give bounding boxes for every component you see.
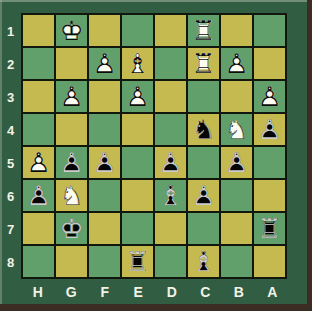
rank-label-3: 3 (0, 81, 21, 114)
file-label-e: E (122, 281, 156, 302)
square-b2[interactable]: ♟♙ (221, 48, 252, 79)
square-a5[interactable] (254, 147, 285, 178)
square-d6[interactable]: ♝♗ (155, 180, 186, 211)
file-label-f: F (88, 281, 122, 302)
square-e5[interactable] (122, 147, 153, 178)
file-label-d: D (155, 281, 189, 302)
black-pawn-g5[interactable]: ♟♙ (56, 147, 87, 178)
window-edge-bottom (0, 304, 312, 311)
chess-app-window: 12345678 ♚♔♜♖♟♙♝♗♜♖♟♙♟♙♟♙♟♙♞♘♞♘♟♙♟♙♟♙♟♙♟… (0, 0, 312, 311)
square-a8[interactable] (254, 246, 285, 277)
black-bishop-c8[interactable]: ♝♗ (188, 246, 219, 277)
window-edge-left (0, 0, 2, 311)
black-pawn-f5[interactable]: ♟♙ (89, 147, 120, 178)
square-b6[interactable] (221, 180, 252, 211)
square-g8[interactable] (56, 246, 87, 277)
square-f6[interactable] (89, 180, 120, 211)
square-g7[interactable]: ♚♔ (56, 213, 87, 244)
square-a3[interactable]: ♟♙ (254, 81, 285, 112)
square-b1[interactable] (221, 15, 252, 46)
square-h8[interactable] (23, 246, 54, 277)
black-pawn-c6[interactable]: ♟♙ (188, 180, 219, 211)
white-pawn-h5[interactable]: ♟♙ (23, 147, 54, 178)
file-label-g: G (55, 281, 89, 302)
square-d5[interactable]: ♟♙ (155, 147, 186, 178)
square-f2[interactable]: ♟♙ (89, 48, 120, 79)
black-bishop-d6[interactable]: ♝♗ (155, 180, 186, 211)
black-king-g7[interactable]: ♚♔ (56, 213, 87, 244)
square-c4[interactable]: ♞♘ (188, 114, 219, 145)
square-g2[interactable] (56, 48, 87, 79)
rank-labels: 12345678 (0, 15, 21, 279)
square-d2[interactable] (155, 48, 186, 79)
square-a1[interactable] (254, 15, 285, 46)
black-rook-e8[interactable]: ♜♖ (122, 246, 153, 277)
square-h5[interactable]: ♟♙ (23, 147, 54, 178)
white-rook-c1[interactable]: ♜♖ (188, 15, 219, 46)
rank-label-8: 8 (0, 246, 21, 279)
square-b5[interactable]: ♟♙ (221, 147, 252, 178)
square-g4[interactable] (56, 114, 87, 145)
file-label-h: H (21, 281, 55, 302)
square-c5[interactable] (188, 147, 219, 178)
file-label-b: B (222, 281, 256, 302)
black-pawn-h6[interactable]: ♟♙ (23, 180, 54, 211)
black-pawn-d5[interactable]: ♟♙ (155, 147, 186, 178)
square-d1[interactable] (155, 15, 186, 46)
square-b8[interactable] (221, 246, 252, 277)
square-a2[interactable] (254, 48, 285, 79)
square-f4[interactable] (89, 114, 120, 145)
square-e3[interactable]: ♟♙ (122, 81, 153, 112)
square-a7[interactable]: ♜♖ (254, 213, 285, 244)
white-knight-b4[interactable]: ♞♘ (221, 114, 252, 145)
chess-board: ♚♔♜♖♟♙♝♗♜♖♟♙♟♙♟♙♟♙♞♘♞♘♟♙♟♙♟♙♟♙♟♙♟♙♟♙♞♘♝♗… (23, 15, 285, 277)
white-pawn-b2[interactable]: ♟♙ (221, 48, 252, 79)
square-e4[interactable] (122, 114, 153, 145)
white-pawn-f2[interactable]: ♟♙ (89, 48, 120, 79)
square-c2[interactable]: ♜♖ (188, 48, 219, 79)
rank-label-5: 5 (0, 147, 21, 180)
white-pawn-g3[interactable]: ♟♙ (56, 81, 87, 112)
square-f3[interactable] (89, 81, 120, 112)
square-c8[interactable]: ♝♗ (188, 246, 219, 277)
square-g1[interactable]: ♚♔ (56, 15, 87, 46)
rank-label-2: 2 (0, 48, 21, 81)
square-c6[interactable]: ♟♙ (188, 180, 219, 211)
black-pawn-b5[interactable]: ♟♙ (221, 147, 252, 178)
square-f8[interactable] (89, 246, 120, 277)
file-label-c: C (189, 281, 223, 302)
square-c7[interactable] (188, 213, 219, 244)
white-knight-g6[interactable]: ♞♘ (56, 180, 87, 211)
board-outline: ♚♔♜♖♟♙♝♗♜♖♟♙♟♙♟♙♟♙♞♘♞♘♟♙♟♙♟♙♟♙♟♙♟♙♟♙♞♘♝♗… (21, 13, 287, 279)
rank-label-1: 1 (0, 15, 21, 48)
square-b7[interactable] (221, 213, 252, 244)
square-h6[interactable]: ♟♙ (23, 180, 54, 211)
square-d3[interactable] (155, 81, 186, 112)
rank-label-4: 4 (0, 114, 21, 147)
square-h1[interactable] (23, 15, 54, 46)
square-g5[interactable]: ♟♙ (56, 147, 87, 178)
window-edge-top (0, 0, 312, 2)
square-h3[interactable] (23, 81, 54, 112)
square-h2[interactable] (23, 48, 54, 79)
square-c3[interactable] (188, 81, 219, 112)
white-rook-c2[interactable]: ♜♖ (188, 48, 219, 79)
square-a4[interactable]: ♟♙ (254, 114, 285, 145)
file-label-a: A (256, 281, 290, 302)
square-f7[interactable] (89, 213, 120, 244)
square-b3[interactable] (221, 81, 252, 112)
white-bishop-e2[interactable]: ♝♗ (122, 48, 153, 79)
square-e6[interactable] (122, 180, 153, 211)
square-e1[interactable] (122, 15, 153, 46)
square-d7[interactable] (155, 213, 186, 244)
white-king-g1[interactable]: ♚♔ (56, 15, 87, 46)
square-b4[interactable]: ♞♘ (221, 114, 252, 145)
black-pawn-a4[interactable]: ♟♙ (254, 114, 285, 145)
square-h7[interactable] (23, 213, 54, 244)
square-f5[interactable]: ♟♙ (89, 147, 120, 178)
square-d8[interactable] (155, 246, 186, 277)
square-e8[interactable]: ♜♖ (122, 246, 153, 277)
square-g6[interactable]: ♞♘ (56, 180, 87, 211)
window-edge-right (307, 0, 312, 311)
square-e7[interactable] (122, 213, 153, 244)
square-d4[interactable] (155, 114, 186, 145)
square-h4[interactable] (23, 114, 54, 145)
square-g3[interactable]: ♟♙ (56, 81, 87, 112)
black-knight-c4[interactable]: ♞♘ (188, 114, 219, 145)
rank-label-6: 6 (0, 180, 21, 213)
square-f1[interactable] (89, 15, 120, 46)
black-rook-a7[interactable]: ♜♖ (254, 213, 285, 244)
white-pawn-a3[interactable]: ♟♙ (254, 81, 285, 112)
rank-label-7: 7 (0, 213, 21, 246)
square-c1[interactable]: ♜♖ (188, 15, 219, 46)
file-labels: HGFEDCBA (21, 281, 289, 302)
square-a6[interactable] (254, 180, 285, 211)
white-pawn-e3[interactable]: ♟♙ (122, 81, 153, 112)
square-e2[interactable]: ♝♗ (122, 48, 153, 79)
